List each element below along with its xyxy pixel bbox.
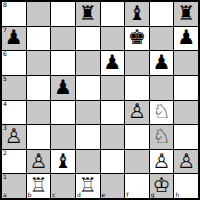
square-f3[interactable] [125,125,149,149]
square-a6[interactable]: 6 [2,51,26,75]
rank-label-6: 6 [3,51,7,57]
square-f4[interactable]: ♙ [125,101,149,125]
square-c8[interactable] [51,2,75,26]
black-bishop-c2: ♝ [54,151,72,171]
square-b5[interactable] [27,76,51,100]
square-e6[interactable]: ♟ [101,51,125,75]
square-d4[interactable] [76,101,100,125]
square-a3[interactable]: 3♙ [2,125,26,149]
square-d5[interactable] [76,76,100,100]
black-pawn-a7: ♟ [5,27,23,47]
square-f1[interactable]: f [125,174,149,198]
square-e8[interactable] [101,2,125,26]
square-b2[interactable]: ♙ [27,150,51,174]
white-pawn-a3: ♙ [5,126,23,146]
square-a2[interactable]: 2 [2,150,26,174]
white-knight-g3: ♘ [153,126,171,146]
square-c3[interactable] [51,125,75,149]
square-b8[interactable] [27,2,51,26]
square-a1[interactable]: 1a [2,174,26,198]
square-d2[interactable] [76,150,100,174]
square-g2[interactable]: ♙ [150,150,174,174]
square-h3[interactable] [174,125,198,149]
square-b3[interactable] [27,125,51,149]
square-c4[interactable] [51,101,75,125]
square-b6[interactable] [27,51,51,75]
square-g3[interactable]: ♘ [150,125,174,149]
square-h5[interactable] [174,76,198,100]
square-g5[interactable] [150,76,174,100]
square-c7[interactable] [51,27,75,51]
square-b7[interactable] [27,27,51,51]
square-f8[interactable]: ♝ [125,2,149,26]
square-h4[interactable] [174,101,198,125]
white-pawn-f4: ♙ [128,101,146,121]
rank-label-5: 5 [3,76,7,82]
white-pawn-b2: ♙ [29,151,47,171]
file-label-h: h [175,192,179,198]
chess-board-grid: 8♜♝♜7♟♚♟6♟♟5♟4♙♘3♙♘2♙♝♙♙1ab♖cd♖efg♔h [2,2,198,198]
square-d7[interactable] [76,27,100,51]
black-rook-d8: ♜ [79,3,97,23]
square-b1[interactable]: b♖ [27,174,51,198]
file-label-c: c [52,192,55,198]
white-rook-d1: ♖ [79,175,97,195]
rank-label-8: 8 [3,2,7,8]
file-label-a: a [3,192,7,198]
square-g7[interactable] [150,27,174,51]
square-d8[interactable]: ♜ [76,2,100,26]
white-king-g1: ♔ [153,175,171,195]
square-g4[interactable]: ♘ [150,101,174,125]
square-h1[interactable]: h [174,174,198,198]
black-pawn-h7: ♟ [177,27,195,47]
black-pawn-g6: ♟ [153,52,171,72]
square-e3[interactable] [101,125,125,149]
file-label-f: f [126,192,128,198]
square-e2[interactable] [101,150,125,174]
square-c6[interactable] [51,51,75,75]
rank-label-1: 1 [3,174,7,180]
square-h8[interactable]: ♜ [174,2,198,26]
square-e5[interactable] [101,76,125,100]
square-a7[interactable]: 7♟ [2,27,26,51]
square-g8[interactable] [150,2,174,26]
square-g6[interactable]: ♟ [150,51,174,75]
white-rook-b1: ♖ [29,175,47,195]
square-b4[interactable] [27,101,51,125]
white-knight-g4: ♘ [153,101,171,121]
white-pawn-g2: ♙ [153,151,171,171]
black-pawn-e6: ♟ [103,52,121,72]
black-rook-h8: ♜ [177,3,195,23]
black-bishop-f8: ♝ [128,3,146,23]
black-pawn-c5: ♟ [54,77,72,97]
square-a8[interactable]: 8 [2,2,26,26]
square-e4[interactable] [101,101,125,125]
square-a5[interactable]: 5 [2,76,26,100]
square-h6[interactable] [174,51,198,75]
square-d6[interactable] [76,51,100,75]
chess-board: 8♜♝♜7♟♚♟6♟♟5♟4♙♘3♙♘2♙♝♙♙1ab♖cd♖efg♔h [0,0,200,200]
square-f7[interactable]: ♚ [125,27,149,51]
square-d1[interactable]: d♖ [76,174,100,198]
square-h7[interactable]: ♟ [174,27,198,51]
square-f5[interactable] [125,76,149,100]
square-e7[interactable] [101,27,125,51]
square-f6[interactable] [125,51,149,75]
white-pawn-h2: ♙ [177,151,195,171]
square-h2[interactable]: ♙ [174,150,198,174]
square-c2[interactable]: ♝ [51,150,75,174]
square-c1[interactable]: c [51,174,75,198]
square-a4[interactable]: 4 [2,101,26,125]
square-g1[interactable]: g♔ [150,174,174,198]
square-e1[interactable]: e [101,174,125,198]
rank-label-4: 4 [3,101,7,107]
black-king-f7: ♚ [128,27,146,47]
square-d3[interactable] [76,125,100,149]
file-label-e: e [102,192,106,198]
rank-label-2: 2 [3,150,7,156]
square-f2[interactable] [125,150,149,174]
square-c5[interactable]: ♟ [51,76,75,100]
